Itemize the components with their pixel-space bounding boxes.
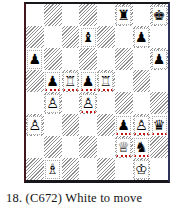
square-a5 (26, 70, 44, 92)
square-d2 (79, 136, 97, 158)
square-h8: ♚ (150, 4, 168, 26)
chess-board: ♜♚♝♟♟♟♟♖♟♖♙♙♙♟♙♛♕♞♗♔ (24, 2, 170, 183)
square-g6 (133, 48, 151, 70)
square-e7 (97, 26, 115, 48)
square-d7: ♝ (79, 26, 97, 48)
square-h2 (150, 136, 168, 158)
square-g7: ♟ (133, 26, 151, 48)
piece-black-pawn-icon: ♟ (152, 50, 167, 69)
square-b4: ♙ (44, 92, 62, 114)
square-d6 (79, 48, 97, 70)
square-b7 (44, 26, 62, 48)
piece-black-knight-icon: ♞ (134, 138, 149, 157)
square-d3 (79, 114, 97, 136)
square-d4: ♙ (79, 92, 97, 114)
piece-black-pawn-icon: ♟ (27, 50, 42, 69)
square-e8 (97, 4, 115, 26)
square-a4 (26, 92, 44, 114)
piece-black-rook-icon: ♜ (116, 6, 131, 25)
piece-white-queen-icon: ♕ (116, 138, 131, 157)
diagram-caption: 18. (C672) White to move (6, 191, 142, 206)
square-f1 (115, 158, 133, 180)
square-g1: ♔ (133, 158, 151, 180)
square-g8 (133, 4, 151, 26)
square-e2 (97, 136, 115, 158)
square-f8: ♜ (115, 4, 133, 26)
square-b6 (44, 48, 62, 70)
piece-black-pawn-icon: ♟ (81, 72, 96, 91)
square-e3 (97, 114, 115, 136)
square-h4 (150, 92, 168, 114)
piece-black-bishop-icon: ♝ (81, 28, 96, 47)
square-g4 (133, 92, 151, 114)
square-c5: ♖ (62, 70, 80, 92)
square-b1: ♗ (44, 158, 62, 180)
square-d5: ♟ (79, 70, 97, 92)
square-a1 (26, 158, 44, 180)
square-f2: ♕ (115, 136, 133, 158)
square-e1 (97, 158, 115, 180)
square-f7 (115, 26, 133, 48)
square-h6: ♟ (150, 48, 168, 70)
piece-black-pawn-icon: ♟ (116, 116, 131, 135)
square-f5 (115, 70, 133, 92)
square-c4 (62, 92, 80, 114)
square-c3 (62, 114, 80, 136)
piece-white-rook-icon: ♖ (98, 72, 113, 91)
square-a7 (26, 26, 44, 48)
square-d1 (79, 158, 97, 180)
square-h5 (150, 70, 168, 92)
square-f4 (115, 92, 133, 114)
square-b8 (44, 4, 62, 26)
square-b2 (44, 136, 62, 158)
square-f6 (115, 48, 133, 70)
square-a6: ♟ (26, 48, 44, 70)
square-h1 (150, 158, 168, 180)
square-b3 (44, 114, 62, 136)
square-c2 (62, 136, 80, 158)
piece-black-queen-icon: ♛ (152, 116, 167, 135)
square-c7 (62, 26, 80, 48)
piece-white-king-icon: ♔ (134, 160, 149, 179)
square-e5: ♖ (97, 70, 115, 92)
square-d8 (79, 4, 97, 26)
piece-white-rook-icon: ♖ (63, 72, 78, 91)
square-e4 (97, 92, 115, 114)
piece-white-pawn-icon: ♙ (134, 116, 149, 135)
piece-black-pawn-icon: ♟ (45, 72, 60, 91)
square-e6 (97, 48, 115, 70)
square-g3: ♙ (133, 114, 151, 136)
piece-white-pawn-icon: ♙ (45, 94, 60, 113)
square-a2 (26, 136, 44, 158)
piece-white-pawn-icon: ♙ (81, 94, 96, 113)
piece-black-pawn-icon: ♟ (134, 28, 149, 47)
square-c8 (62, 4, 80, 26)
piece-black-king-icon: ♚ (152, 6, 167, 25)
square-a3: ♙ (26, 114, 44, 136)
square-h3: ♛ (150, 114, 168, 136)
piece-white-pawn-icon: ♙ (27, 116, 42, 135)
square-c1 (62, 158, 80, 180)
square-a8 (26, 4, 44, 26)
square-f3: ♟ (115, 114, 133, 136)
square-g5 (133, 70, 151, 92)
square-c6 (62, 48, 80, 70)
square-h7 (150, 26, 168, 48)
square-b5: ♟ (44, 70, 62, 92)
piece-white-bishop-icon: ♗ (45, 160, 60, 179)
square-g2: ♞ (133, 136, 151, 158)
